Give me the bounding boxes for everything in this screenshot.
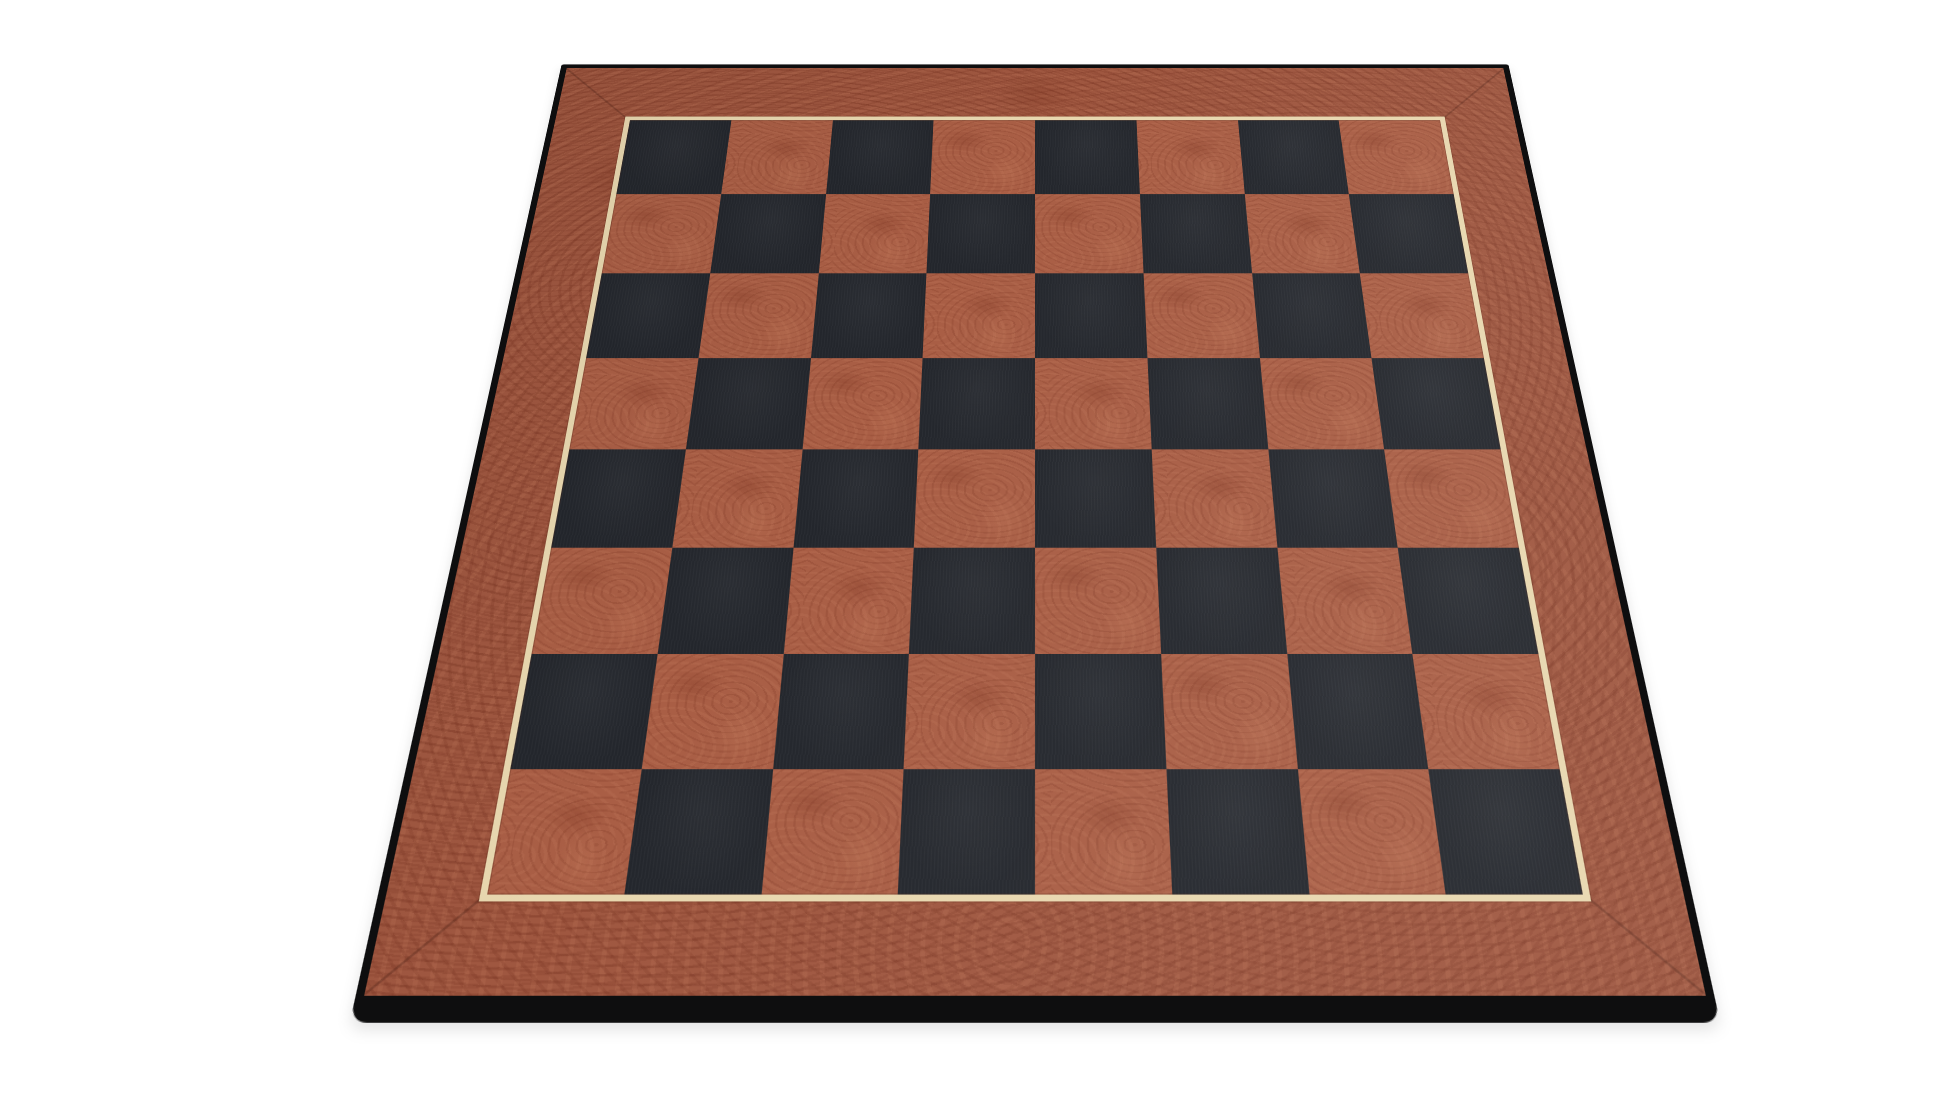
frame-miter-seam [1584, 894, 1706, 996]
board-square [793, 449, 919, 547]
board-square [1238, 120, 1350, 194]
board-square [487, 769, 641, 894]
board-square [1143, 273, 1259, 358]
board-square [586, 273, 710, 358]
board-grid [487, 120, 1583, 894]
board-square [826, 120, 934, 194]
chessboard [350, 64, 1721, 1022]
board-square [1252, 273, 1372, 358]
board-square [1413, 654, 1560, 769]
board-square [1339, 120, 1454, 194]
board-square [818, 194, 930, 273]
board-square [624, 769, 773, 894]
board-square [1277, 548, 1413, 654]
board-square [1035, 548, 1161, 654]
product-photo-scene [0, 0, 1946, 1094]
board-square [1035, 273, 1147, 358]
board-square [1035, 654, 1166, 769]
board-square [1156, 548, 1287, 654]
board-square [569, 358, 698, 449]
board-square [811, 273, 927, 358]
board-square [923, 273, 1035, 358]
frame-miter-seam [566, 68, 630, 120]
board-square [1268, 449, 1398, 547]
board-square [698, 273, 818, 358]
board-square [531, 548, 672, 654]
board-square [930, 120, 1035, 194]
board-square [1140, 194, 1252, 273]
board-square [898, 769, 1035, 894]
board-square [721, 120, 833, 194]
board-square [551, 449, 686, 547]
board-square [641, 654, 783, 769]
board-square [1398, 548, 1539, 654]
board-square [1161, 654, 1298, 769]
board-square [616, 120, 731, 194]
board-square [783, 548, 914, 654]
board-square [1244, 194, 1360, 273]
board-square [1287, 654, 1429, 769]
board-square [914, 449, 1035, 547]
board-square [1360, 273, 1484, 358]
board-square [710, 194, 826, 273]
board-frame [364, 68, 1706, 996]
board-square [1259, 358, 1384, 449]
board-square [927, 194, 1035, 273]
board-square [1166, 769, 1309, 894]
board-square [602, 194, 721, 273]
board-square [761, 769, 904, 894]
board-square [672, 449, 802, 547]
board-square [1372, 358, 1501, 449]
board-square [1035, 120, 1140, 194]
board-square [510, 654, 657, 769]
board-square [909, 548, 1035, 654]
frame-miter-seam [364, 894, 486, 996]
board-square [1429, 769, 1583, 894]
board-square [802, 358, 923, 449]
frame-miter-seam [1440, 68, 1504, 120]
board-square [1384, 449, 1519, 547]
board-square [1035, 769, 1172, 894]
board-square [1136, 120, 1244, 194]
board-square [1147, 358, 1268, 449]
board-square [657, 548, 793, 654]
board-square [1035, 358, 1151, 449]
board-edge [350, 64, 1721, 1022]
board-square [1035, 449, 1156, 547]
board-square [686, 358, 811, 449]
board-square [904, 654, 1035, 769]
board-square [773, 654, 910, 769]
board-square [1349, 194, 1468, 273]
board-square [1035, 194, 1143, 273]
board-square [1297, 769, 1446, 894]
board-square [919, 358, 1035, 449]
board-square [1151, 449, 1277, 547]
